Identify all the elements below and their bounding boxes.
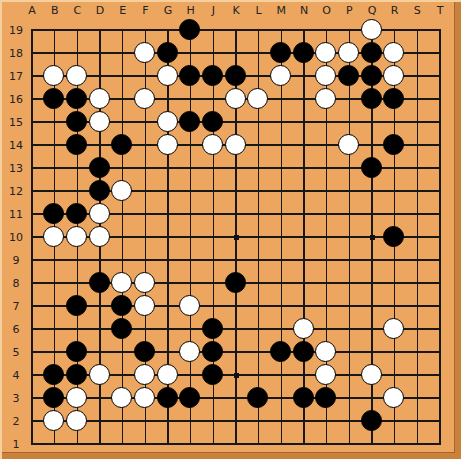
stone-white-N6 xyxy=(293,318,314,339)
stone-white-C2 xyxy=(66,410,87,431)
stone-black-J15 xyxy=(202,111,223,132)
row-label: 3 xyxy=(13,393,20,404)
column-label: B xyxy=(51,5,59,16)
stone-black-D8 xyxy=(89,272,110,293)
stone-black-O3 xyxy=(315,387,336,408)
grid-line xyxy=(31,351,440,352)
stone-white-E12 xyxy=(111,180,132,201)
star-point xyxy=(370,235,375,240)
stone-black-Q16 xyxy=(361,88,382,109)
stone-white-L16 xyxy=(247,88,268,109)
stone-black-H17 xyxy=(179,65,200,86)
stone-black-C11 xyxy=(66,203,87,224)
column-label: K xyxy=(232,5,239,16)
stone-white-G17 xyxy=(157,65,178,86)
stone-black-D12 xyxy=(89,180,110,201)
column-label: A xyxy=(28,5,36,16)
column-label: D xyxy=(96,5,104,16)
grid-line xyxy=(417,29,418,444)
stone-black-F5 xyxy=(134,341,155,362)
stone-black-J5 xyxy=(202,341,223,362)
stone-black-Q2 xyxy=(361,410,382,431)
stone-black-C15 xyxy=(66,111,87,132)
row-label: 4 xyxy=(13,370,20,381)
stone-black-E7 xyxy=(111,295,132,316)
row-label: 9 xyxy=(13,255,20,266)
column-label: N xyxy=(300,5,308,16)
stone-white-C17 xyxy=(66,65,87,86)
stone-black-K17 xyxy=(225,65,246,86)
stone-white-D16 xyxy=(89,88,110,109)
stone-white-F4 xyxy=(134,364,155,385)
row-label: 17 xyxy=(9,71,23,82)
grid-line xyxy=(303,29,304,444)
column-label: T xyxy=(437,5,444,16)
row-label: 13 xyxy=(9,163,23,174)
star-point xyxy=(234,373,239,378)
stone-white-O17 xyxy=(315,65,336,86)
stone-black-N18 xyxy=(293,42,314,63)
row-label: 8 xyxy=(13,278,20,289)
column-label: R xyxy=(391,5,399,16)
grid-line xyxy=(31,259,440,260)
stone-black-C4 xyxy=(66,364,87,385)
stone-black-D13 xyxy=(89,157,110,178)
stone-black-M5 xyxy=(270,341,291,362)
stone-black-J17 xyxy=(202,65,223,86)
grid-line xyxy=(281,29,282,444)
stone-white-F3 xyxy=(134,387,155,408)
stone-black-M18 xyxy=(270,42,291,63)
column-label: O xyxy=(322,5,331,16)
stone-black-B16 xyxy=(43,88,64,109)
column-label: Q xyxy=(368,5,377,16)
stone-white-Q4 xyxy=(361,364,382,385)
stone-black-B4 xyxy=(43,364,64,385)
column-label: P xyxy=(346,5,353,16)
stone-white-O16 xyxy=(315,88,336,109)
go-board-screen: ABCDEFGHJKLMNOPQRST191817161514131211109… xyxy=(0,0,461,459)
row-label: 5 xyxy=(13,347,20,358)
stone-black-J6 xyxy=(202,318,223,339)
stone-white-F7 xyxy=(134,295,155,316)
stone-black-L3 xyxy=(247,387,268,408)
stone-white-J14 xyxy=(202,134,223,155)
stone-black-H3 xyxy=(179,387,200,408)
column-label: C xyxy=(73,5,81,16)
row-label: 7 xyxy=(13,301,20,312)
stone-white-B17 xyxy=(43,65,64,86)
stone-white-Q19 xyxy=(361,19,382,40)
row-label: 15 xyxy=(9,117,23,128)
stone-white-R18 xyxy=(383,42,404,63)
stone-white-G14 xyxy=(157,134,178,155)
stone-white-H7 xyxy=(179,295,200,316)
column-label: S xyxy=(414,5,421,16)
stone-white-D11 xyxy=(89,203,110,224)
grid-line xyxy=(31,443,440,444)
stone-black-B3 xyxy=(43,387,64,408)
stone-white-R3 xyxy=(383,387,404,408)
grid-line xyxy=(439,29,440,444)
stone-white-B10 xyxy=(43,226,64,247)
stone-black-Q18 xyxy=(361,42,382,63)
stone-white-R6 xyxy=(383,318,404,339)
stone-white-D10 xyxy=(89,226,110,247)
column-label: L xyxy=(256,5,262,16)
stone-white-C10 xyxy=(66,226,87,247)
stone-white-O4 xyxy=(315,364,336,385)
row-label: 18 xyxy=(9,48,23,59)
stone-black-G3 xyxy=(157,387,178,408)
stone-white-O18 xyxy=(315,42,336,63)
stone-black-C5 xyxy=(66,341,87,362)
stone-black-N3 xyxy=(293,387,314,408)
stone-white-G4 xyxy=(157,364,178,385)
stone-white-F16 xyxy=(134,88,155,109)
stone-black-B11 xyxy=(43,203,64,224)
row-label: 10 xyxy=(9,232,23,243)
stone-white-D15 xyxy=(89,111,110,132)
column-label: F xyxy=(142,5,148,16)
stone-white-E3 xyxy=(111,387,132,408)
column-label: G xyxy=(164,5,173,16)
grid-line xyxy=(31,328,440,329)
stone-black-C7 xyxy=(66,295,87,316)
stone-black-E6 xyxy=(111,318,132,339)
column-label: M xyxy=(277,5,287,16)
row-label: 6 xyxy=(13,324,20,335)
stone-white-P18 xyxy=(338,42,359,63)
grid-line xyxy=(31,397,440,398)
stone-black-E14 xyxy=(111,134,132,155)
stone-black-R10 xyxy=(383,226,404,247)
star-point xyxy=(234,235,239,240)
row-label: 12 xyxy=(9,186,23,197)
stone-black-H15 xyxy=(179,111,200,132)
stone-white-K14 xyxy=(225,134,246,155)
column-label: H xyxy=(187,5,195,16)
stone-white-P14 xyxy=(338,134,359,155)
stone-white-R17 xyxy=(383,65,404,86)
stone-white-F8 xyxy=(134,272,155,293)
column-label: J xyxy=(212,5,215,16)
stone-white-H5 xyxy=(179,341,200,362)
row-label: 16 xyxy=(9,94,23,105)
stone-white-B2 xyxy=(43,410,64,431)
stone-black-H19 xyxy=(179,19,200,40)
stone-white-K16 xyxy=(225,88,246,109)
row-label: 1 xyxy=(13,439,20,450)
stone-black-K8 xyxy=(225,272,246,293)
stone-white-G15 xyxy=(157,111,178,132)
stone-black-R14 xyxy=(383,134,404,155)
stone-black-R16 xyxy=(383,88,404,109)
stone-black-C16 xyxy=(66,88,87,109)
row-label: 2 xyxy=(13,416,20,427)
stone-white-C3 xyxy=(66,387,87,408)
stone-black-Q17 xyxy=(361,65,382,86)
grid-line xyxy=(349,29,350,444)
row-label: 14 xyxy=(9,140,23,151)
row-label: 11 xyxy=(9,209,23,220)
stone-black-P17 xyxy=(338,65,359,86)
stone-white-F18 xyxy=(134,42,155,63)
stone-white-D4 xyxy=(89,364,110,385)
column-label: E xyxy=(119,5,126,16)
stone-black-G18 xyxy=(157,42,178,63)
row-label: 19 xyxy=(9,25,23,36)
stone-black-C14 xyxy=(66,134,87,155)
stone-black-Q13 xyxy=(361,157,382,178)
grid-line xyxy=(31,305,440,306)
stone-white-M17 xyxy=(270,65,291,86)
stone-white-O5 xyxy=(315,341,336,362)
stone-black-J4 xyxy=(202,364,223,385)
stone-white-E8 xyxy=(111,272,132,293)
stone-black-N5 xyxy=(293,341,314,362)
goban[interactable]: ABCDEFGHJKLMNOPQRST191817161514131211109… xyxy=(0,0,461,459)
